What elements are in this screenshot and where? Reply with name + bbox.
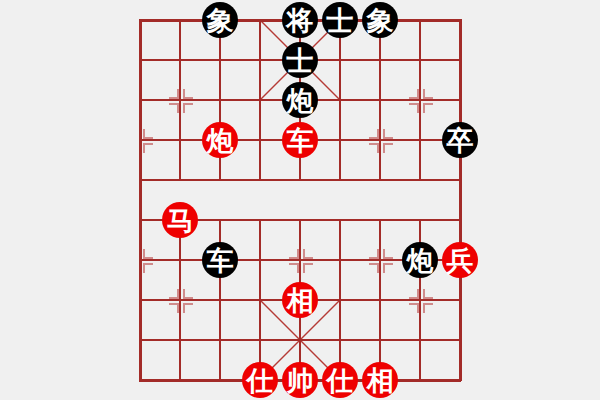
grid-line bbox=[259, 20, 261, 180]
grid-line bbox=[339, 220, 341, 380]
point-marker bbox=[169, 89, 179, 99]
point-marker bbox=[183, 89, 193, 99]
point-marker bbox=[183, 303, 193, 313]
piece-red-soldier[interactable]: 兵 bbox=[442, 242, 478, 278]
grid-line bbox=[139, 19, 142, 381]
point-marker bbox=[409, 303, 419, 313]
point-marker bbox=[169, 289, 179, 299]
point-marker bbox=[369, 249, 379, 259]
piece-black-elephant[interactable]: 象 bbox=[202, 2, 238, 38]
piece-red-advisor[interactable]: 仕 bbox=[322, 362, 358, 398]
point-marker bbox=[183, 103, 193, 113]
piece-black-soldier[interactable]: 卒 bbox=[442, 122, 478, 158]
piece-red-elephant[interactable]: 相 bbox=[282, 282, 318, 318]
piece-red-advisor[interactable]: 仕 bbox=[242, 362, 278, 398]
xiangqi-board[interactable]: 象将士象士炮炮车卒马车炮兵相仕帅仕相 bbox=[140, 20, 460, 380]
piece-red-horse[interactable]: 马 bbox=[162, 202, 198, 238]
point-marker bbox=[183, 289, 193, 299]
piece-red-cannon[interactable]: 炮 bbox=[202, 122, 238, 158]
point-marker bbox=[303, 263, 313, 273]
point-marker bbox=[383, 143, 393, 153]
point-marker bbox=[169, 103, 179, 113]
grid-line bbox=[459, 19, 462, 381]
point-marker bbox=[369, 129, 379, 139]
point-marker bbox=[383, 129, 393, 139]
xiangqi-app: 象将士象士炮炮车卒马车炮兵相仕帅仕相 bbox=[0, 0, 600, 400]
point-marker bbox=[383, 249, 393, 259]
grid-line bbox=[179, 20, 181, 180]
point-marker bbox=[409, 89, 419, 99]
point-marker bbox=[143, 263, 153, 273]
point-marker bbox=[303, 249, 313, 259]
point-marker bbox=[143, 143, 153, 153]
piece-black-advisor[interactable]: 士 bbox=[322, 2, 358, 38]
point-marker bbox=[423, 289, 433, 299]
piece-red-elephant[interactable]: 相 bbox=[362, 362, 398, 398]
piece-black-cannon[interactable]: 炮 bbox=[282, 82, 318, 118]
grid-line bbox=[179, 220, 181, 380]
point-marker bbox=[169, 303, 179, 313]
grid-line bbox=[419, 20, 421, 180]
point-marker bbox=[369, 143, 379, 153]
grid-line bbox=[259, 220, 261, 380]
piece-black-chariot[interactable]: 车 bbox=[202, 242, 238, 278]
point-marker bbox=[143, 129, 153, 139]
point-marker bbox=[423, 89, 433, 99]
point-marker bbox=[423, 103, 433, 113]
point-marker bbox=[383, 263, 393, 273]
grid-line bbox=[379, 20, 381, 180]
point-marker bbox=[143, 249, 153, 259]
piece-red-chariot[interactable]: 车 bbox=[282, 122, 318, 158]
point-marker bbox=[369, 263, 379, 273]
grid-line bbox=[339, 20, 341, 180]
point-marker bbox=[409, 289, 419, 299]
piece-black-cannon[interactable]: 炮 bbox=[402, 242, 438, 278]
point-marker bbox=[289, 249, 299, 259]
grid-line bbox=[379, 220, 381, 380]
piece-red-general[interactable]: 帅 bbox=[282, 362, 318, 398]
point-marker bbox=[289, 263, 299, 273]
piece-black-advisor[interactable]: 士 bbox=[282, 42, 318, 78]
piece-black-elephant[interactable]: 象 bbox=[362, 2, 398, 38]
point-marker bbox=[409, 103, 419, 113]
piece-black-general[interactable]: 将 bbox=[282, 2, 318, 38]
point-marker bbox=[423, 303, 433, 313]
